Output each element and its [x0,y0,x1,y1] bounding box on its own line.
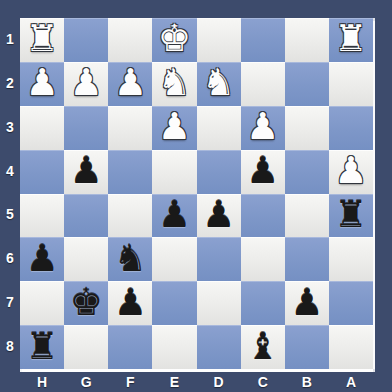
square-a6 [329,237,373,281]
black-rook-icon: ♜ [334,196,367,233]
file-label-b: B [285,372,329,392]
square-g4: ♟ [64,150,108,194]
square-a4: ♟ [329,150,373,194]
rank-label-6: 6 [0,250,20,266]
square-f4 [108,150,152,194]
square-e4 [152,150,196,194]
square-b3 [285,106,329,150]
board: ♜♚♜♟♟♟♞♞♟♟♟♟♟♟♟♜♟♞♚♟♟♜♝ [20,18,373,369]
square-h6: ♟ [20,237,64,281]
square-h5 [20,194,64,238]
square-g8 [64,325,108,369]
square-a5: ♜ [329,194,373,238]
black-pawn-icon: ♟ [158,196,191,233]
square-h1: ♜ [20,18,64,62]
file-label-f: F [108,372,152,392]
file-label-h: H [20,372,64,392]
square-a8 [329,325,373,369]
square-c7 [241,281,285,325]
square-d7 [197,281,241,325]
square-e2: ♞ [152,62,196,106]
square-a2 [329,62,373,106]
square-e7 [152,281,196,325]
square-g7: ♚ [64,281,108,325]
square-g1 [64,18,108,62]
square-f7: ♟ [108,281,152,325]
square-c4: ♟ [241,150,285,194]
white-rook-icon: ♜ [334,20,367,57]
rank-label-5: 5 [0,206,20,222]
square-g6 [64,237,108,281]
file-label-a: A [329,372,373,392]
square-h8: ♜ [20,325,64,369]
black-pawn-icon: ♟ [70,152,103,189]
white-rook-icon: ♜ [25,20,58,57]
rank-label-1: 1 [0,31,20,47]
black-pawn-icon: ♟ [246,152,279,189]
black-bishop-icon: ♝ [246,328,279,365]
square-e1: ♚ [152,18,196,62]
square-b1 [285,18,329,62]
rank-label-2: 2 [0,75,20,91]
square-g3 [64,106,108,150]
square-f8 [108,325,152,369]
square-d6 [197,237,241,281]
square-e3: ♟ [152,106,196,150]
square-b6 [285,237,329,281]
square-d3 [197,106,241,150]
square-a7 [329,281,373,325]
square-c3: ♟ [241,106,285,150]
square-d2: ♞ [197,62,241,106]
white-pawn-icon: ♟ [25,64,58,101]
square-d1 [197,18,241,62]
square-d4 [197,150,241,194]
rank-label-8: 8 [0,338,20,354]
file-label-e: E [152,372,196,392]
white-pawn-icon: ♟ [158,108,191,145]
white-knight-icon: ♞ [202,64,235,101]
white-knight-icon: ♞ [158,64,191,101]
square-h4 [20,150,64,194]
white-pawn-icon: ♟ [70,64,103,101]
square-g2: ♟ [64,62,108,106]
white-pawn-icon: ♟ [334,152,367,189]
square-c8: ♝ [241,325,285,369]
rank-label-3: 3 [0,119,20,135]
black-pawn-icon: ♟ [114,284,147,321]
square-c5 [241,194,285,238]
black-knight-icon: ♞ [114,240,147,277]
square-d8 [197,325,241,369]
black-king-icon: ♚ [70,284,103,321]
square-h3 [20,106,64,150]
square-c2 [241,62,285,106]
square-f5 [108,194,152,238]
square-h7 [20,281,64,325]
square-a3 [329,106,373,150]
square-b2 [285,62,329,106]
black-pawn-icon: ♟ [25,240,58,277]
square-f6: ♞ [108,237,152,281]
square-e8 [152,325,196,369]
black-pawn-icon: ♟ [202,196,235,233]
file-label-g: G [64,372,108,392]
chess-diagram: ♜♚♜♟♟♟♞♞♟♟♟♟♟♟♟♜♟♞♚♟♟♜♝ 12345678 HGFEDCB… [0,0,392,392]
file-label-c: C [241,372,285,392]
square-c1 [241,18,285,62]
square-e6 [152,237,196,281]
rank-label-4: 4 [0,163,20,179]
square-d5: ♟ [197,194,241,238]
rank-label-7: 7 [0,294,20,310]
square-f2: ♟ [108,62,152,106]
file-label-d: D [197,372,241,392]
black-pawn-icon: ♟ [290,284,323,321]
square-b5 [285,194,329,238]
square-b7: ♟ [285,281,329,325]
square-f3 [108,106,152,150]
square-h2: ♟ [20,62,64,106]
white-pawn-icon: ♟ [114,64,147,101]
square-f1 [108,18,152,62]
square-c6 [241,237,285,281]
square-e5: ♟ [152,194,196,238]
square-g5 [64,194,108,238]
white-pawn-icon: ♟ [246,108,279,145]
square-b8 [285,325,329,369]
square-b4 [285,150,329,194]
square-a1: ♜ [329,18,373,62]
white-king-icon: ♚ [158,20,191,57]
black-rook-icon: ♜ [25,328,58,365]
